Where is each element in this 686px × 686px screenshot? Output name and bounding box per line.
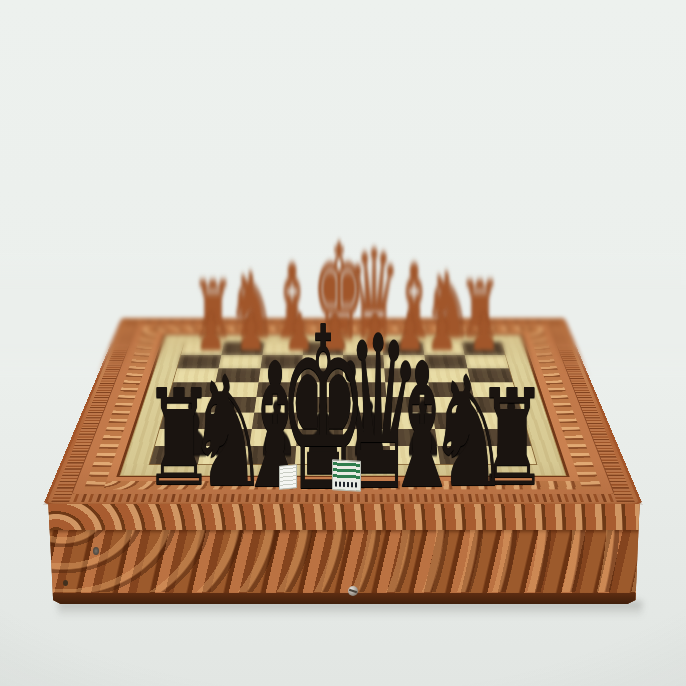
studio-photo-scene: ♜♞♝♛♚♝♞♜♟♟♟♟♟♟♟♟♟♟♟♟♟♟♟♟♜♞♝♛♚♝♞♜ [0, 0, 686, 686]
white-label-sticker [279, 464, 297, 490]
black-rook-h8[interactable]: ♜ [143, 372, 215, 505]
green-barcode-sticker [332, 459, 361, 492]
slotted-screw [348, 586, 358, 596]
small-nail [63, 580, 68, 586]
front-bottom-edge [46, 593, 642, 604]
small-screw [93, 547, 99, 555]
